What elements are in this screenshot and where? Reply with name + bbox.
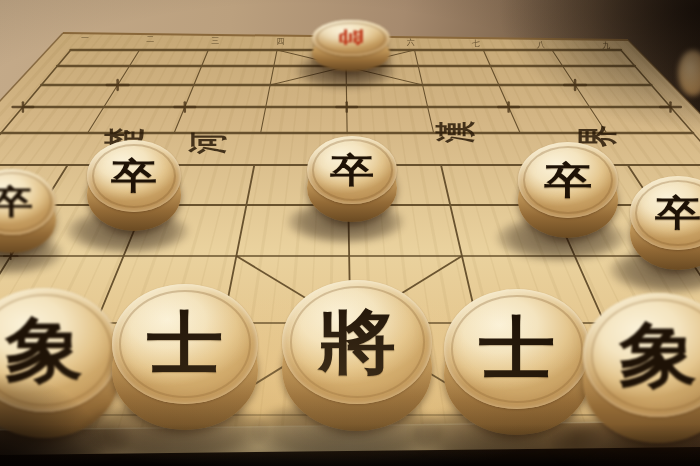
piece-top: 士 — [444, 289, 590, 409]
piece-top: 帥 — [312, 20, 390, 56]
piece-top: 士 — [112, 284, 258, 404]
piece-glyph-black-elephant-right: 象 — [619, 320, 697, 390]
offboard-piece-blurred — [678, 50, 700, 96]
piece-black-pawn-e[interactable]: 卒 — [307, 136, 397, 222]
piece-black-advisor-left[interactable]: 士 — [112, 284, 258, 430]
piece-black-general[interactable]: 將 — [282, 280, 432, 431]
piece-top: 將 — [282, 280, 432, 404]
piece-top: 卒 — [307, 136, 397, 204]
piece-top: 卒 — [518, 142, 618, 218]
piece-glyph-black-pawn-e: 卒 — [330, 153, 374, 187]
piece-glyph-black-advisor-right: 士 — [479, 315, 555, 383]
piece-glyph-black-general: 將 — [318, 307, 396, 377]
piece-black-elephant-right[interactable]: 象 — [583, 293, 700, 443]
piece-black-pawn-a[interactable]: 卒 — [0, 169, 56, 253]
pieces-layer: 帥卒卒卒卒卒象士將士象 — [0, 0, 700, 466]
xiangqi-photo-scene: 楚河漢界一二三四五六七八九 帥卒卒卒卒卒象士將士象 — [0, 0, 700, 466]
piece-glyph-black-elephant-left: 象 — [5, 315, 83, 385]
piece-glyph-black-pawn-g: 卒 — [544, 161, 592, 198]
piece-glyph-black-pawn-c: 卒 — [111, 158, 157, 194]
piece-black-pawn-g[interactable]: 卒 — [518, 142, 618, 238]
piece-glyph-black-pawn-a: 卒 — [0, 186, 33, 219]
piece-red-general[interactable]: 帥 — [312, 20, 390, 71]
piece-black-pawn-c[interactable]: 卒 — [87, 140, 181, 231]
piece-black-pawn-i[interactable]: 卒 — [630, 176, 700, 270]
piece-glyph-red-general: 帥 — [338, 30, 364, 46]
piece-glyph-black-advisor-left: 士 — [147, 310, 223, 378]
piece-black-advisor-right[interactable]: 士 — [444, 289, 590, 435]
piece-top: 卒 — [87, 140, 181, 212]
piece-glyph-black-pawn-i: 卒 — [655, 195, 700, 231]
